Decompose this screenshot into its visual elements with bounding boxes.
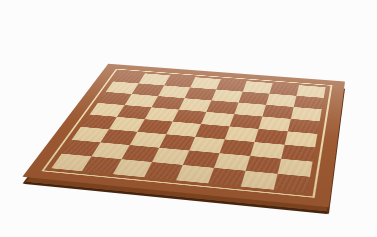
square-f8[interactable] xyxy=(208,168,245,187)
board-grid xyxy=(51,72,325,193)
square-h8[interactable] xyxy=(274,174,310,193)
square-g8[interactable] xyxy=(241,171,278,190)
frame-inlay-line xyxy=(41,69,332,198)
photo-background xyxy=(0,0,377,237)
board-scene xyxy=(0,0,377,237)
